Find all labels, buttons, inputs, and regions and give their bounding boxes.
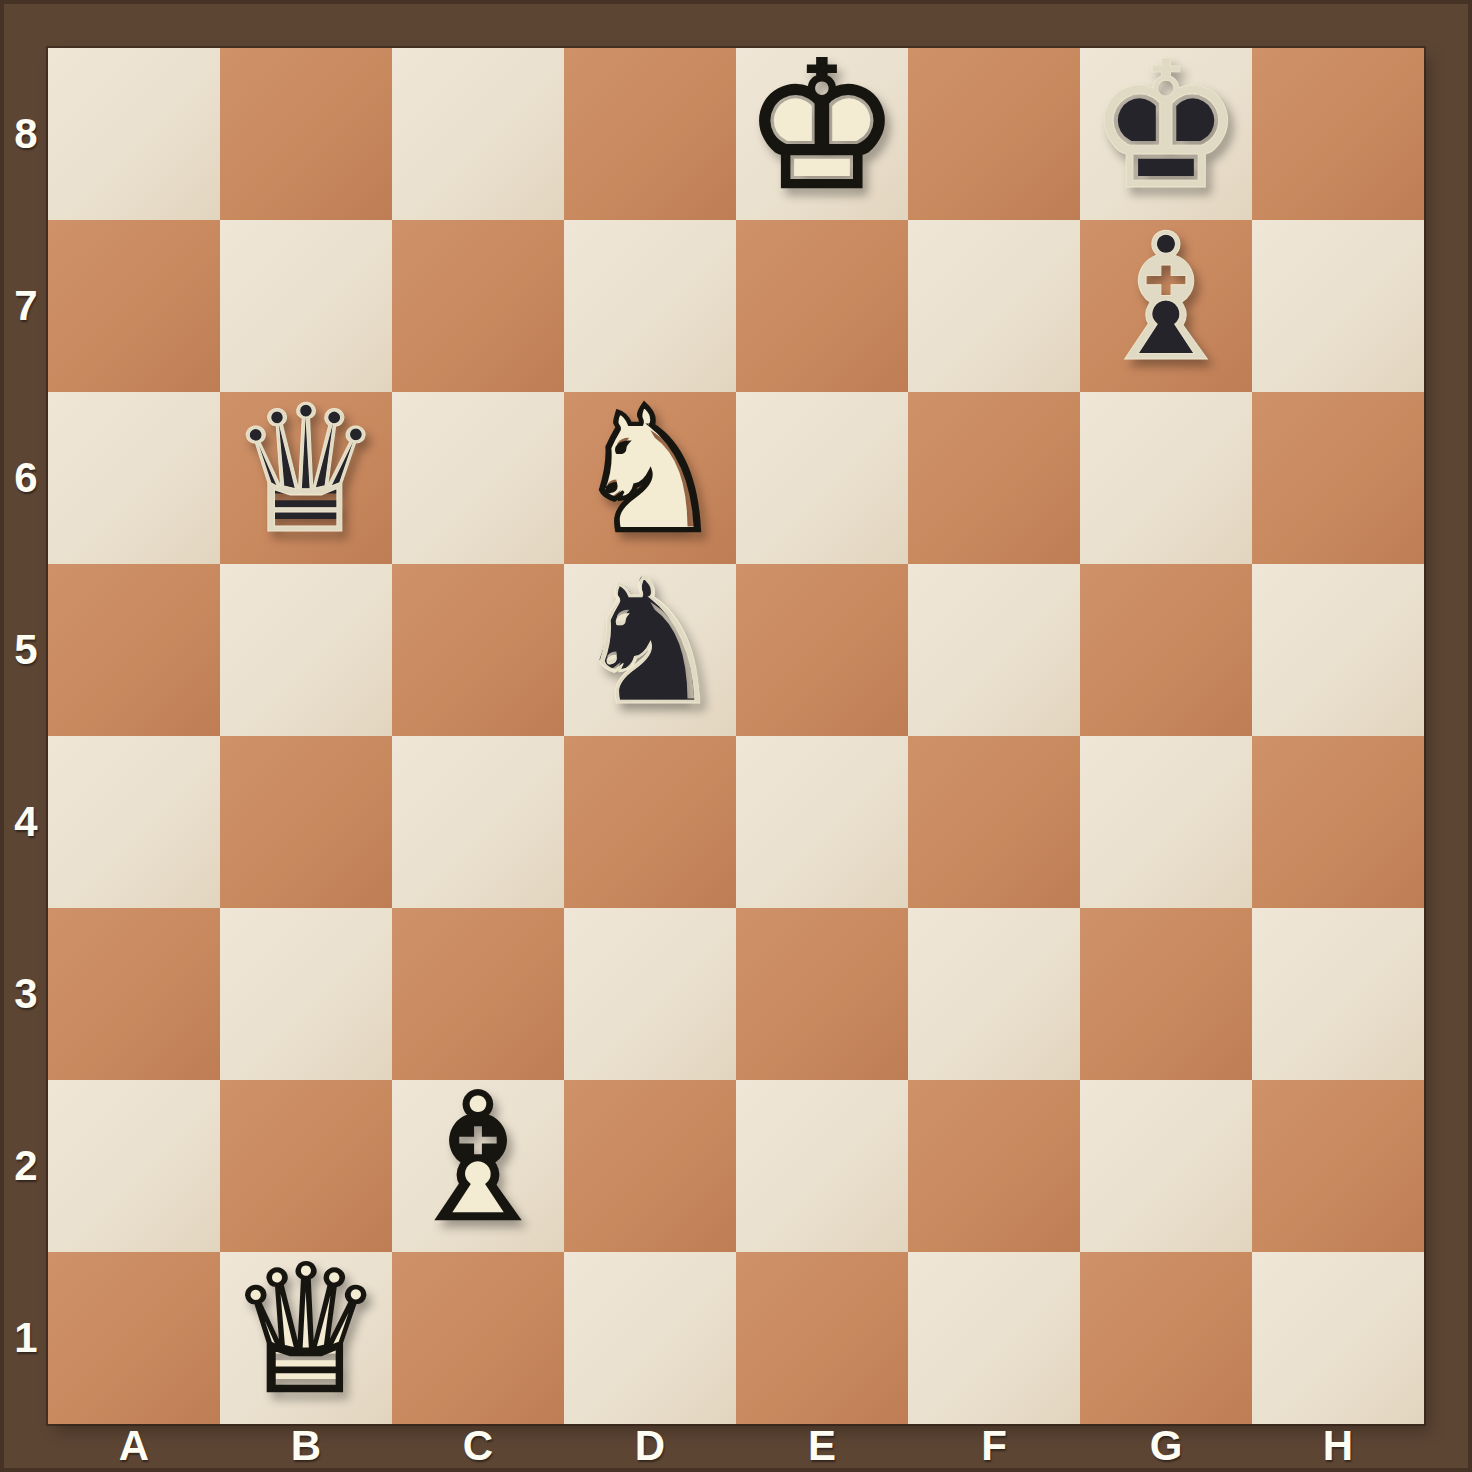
square-f2[interactable] [908,1080,1080,1252]
square-d6[interactable]: ♞♘ [564,392,736,564]
black-bishop[interactable]: ♝♗ [1080,220,1252,392]
square-e1[interactable] [736,1252,908,1424]
square-a2[interactable] [48,1080,220,1252]
square-b7[interactable] [220,220,392,392]
square-c2[interactable]: ♝♗ [392,1080,564,1252]
square-d2[interactable] [564,1080,736,1252]
square-h8[interactable] [1252,48,1424,220]
square-b3[interactable] [220,908,392,1080]
square-h1[interactable] [1252,1252,1424,1424]
black-knight[interactable]: ♞♘ [564,564,736,736]
knight-glyph-outline: ♘ [571,383,729,559]
file-label-g: G [1080,1424,1252,1468]
square-g8[interactable]: ♚♔ [1080,48,1252,220]
rank-label-6: 6 [4,392,48,564]
file-label-h: H [1252,1424,1424,1468]
square-g4[interactable] [1080,736,1252,908]
file-label-a: A [48,1424,220,1468]
square-b4[interactable] [220,736,392,908]
square-e5[interactable] [736,564,908,736]
square-d3[interactable] [564,908,736,1080]
rank-labels: 87654321 [4,48,48,1424]
square-g5[interactable] [1080,564,1252,736]
square-g2[interactable] [1080,1080,1252,1252]
square-e6[interactable] [736,392,908,564]
square-d1[interactable] [564,1252,736,1424]
queen-glyph-outline: ♕ [227,383,385,559]
rank-label-4: 4 [4,736,48,908]
file-label-d: D [564,1424,736,1468]
square-b1[interactable]: ♛♕ [220,1252,392,1424]
chessboard: ♚♔♚♔♝♗♛♕♞♘♞♘♝♗♛♕ [48,48,1424,1424]
square-g3[interactable] [1080,908,1252,1080]
square-h7[interactable] [1252,220,1424,392]
rank-label-8: 8 [4,48,48,220]
square-a8[interactable] [48,48,220,220]
square-g6[interactable] [1080,392,1252,564]
square-d8[interactable] [564,48,736,220]
square-b6[interactable]: ♛♕ [220,392,392,564]
queen-glyph-outline: ♕ [227,1243,385,1419]
square-c8[interactable] [392,48,564,220]
bishop-glyph-outline: ♗ [399,1071,557,1247]
king-glyph-outline: ♔ [1087,39,1245,215]
square-e7[interactable] [736,220,908,392]
square-a4[interactable] [48,736,220,908]
king-glyph-outline: ♔ [743,39,901,215]
square-a3[interactable] [48,908,220,1080]
square-b2[interactable] [220,1080,392,1252]
square-h6[interactable] [1252,392,1424,564]
square-g1[interactable] [1080,1252,1252,1424]
black-king[interactable]: ♚♔ [1080,48,1252,220]
chessboard-frame: ♚♔♚♔♝♗♛♕♞♘♞♘♝♗♛♕ 87654321 ABCDEFGH [0,0,1472,1472]
square-h4[interactable] [1252,736,1424,908]
square-f7[interactable] [908,220,1080,392]
square-c7[interactable] [392,220,564,392]
square-g7[interactable]: ♝♗ [1080,220,1252,392]
square-e8[interactable]: ♚♔ [736,48,908,220]
square-h3[interactable] [1252,908,1424,1080]
square-a5[interactable] [48,564,220,736]
square-e3[interactable] [736,908,908,1080]
square-e2[interactable] [736,1080,908,1252]
square-b8[interactable] [220,48,392,220]
white-king[interactable]: ♚♔ [736,48,908,220]
square-a6[interactable] [48,392,220,564]
square-e4[interactable] [736,736,908,908]
knight-glyph-outline: ♘ [571,555,729,731]
rank-label-3: 3 [4,908,48,1080]
square-a1[interactable] [48,1252,220,1424]
square-c3[interactable] [392,908,564,1080]
square-f6[interactable] [908,392,1080,564]
square-b5[interactable] [220,564,392,736]
file-label-e: E [736,1424,908,1468]
rank-label-5: 5 [4,564,48,736]
file-label-b: B [220,1424,392,1468]
white-knight[interactable]: ♞♘ [564,392,736,564]
square-d5[interactable]: ♞♘ [564,564,736,736]
square-f5[interactable] [908,564,1080,736]
rank-label-7: 7 [4,220,48,392]
bishop-glyph-outline: ♗ [1087,211,1245,387]
square-h2[interactable] [1252,1080,1424,1252]
square-c1[interactable] [392,1252,564,1424]
square-a7[interactable] [48,220,220,392]
square-f4[interactable] [908,736,1080,908]
black-queen[interactable]: ♛♕ [220,392,392,564]
file-label-c: C [392,1424,564,1468]
square-c5[interactable] [392,564,564,736]
file-labels: ABCDEFGH [48,1424,1424,1468]
square-f3[interactable] [908,908,1080,1080]
square-d4[interactable] [564,736,736,908]
rank-label-2: 2 [4,1080,48,1252]
rank-label-1: 1 [4,1252,48,1424]
square-c6[interactable] [392,392,564,564]
square-f1[interactable] [908,1252,1080,1424]
square-d7[interactable] [564,220,736,392]
white-queen[interactable]: ♛♕ [220,1252,392,1424]
white-bishop[interactable]: ♝♗ [392,1080,564,1252]
square-h5[interactable] [1252,564,1424,736]
file-label-f: F [908,1424,1080,1468]
square-f8[interactable] [908,48,1080,220]
square-c4[interactable] [392,736,564,908]
